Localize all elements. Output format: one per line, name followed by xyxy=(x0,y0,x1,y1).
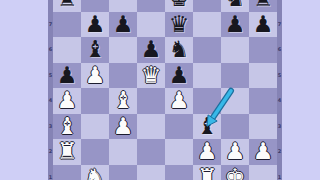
square-h7[interactable]: ♟ xyxy=(249,12,277,38)
rank-label-5: 5 xyxy=(48,63,53,89)
square-e3[interactable] xyxy=(165,114,193,140)
rank-coordinate-strip-left: 87654321 xyxy=(48,0,53,180)
rank-label-3: 3 xyxy=(48,114,53,140)
square-g2[interactable]: ♟ xyxy=(221,139,249,165)
square-b2[interactable] xyxy=(81,139,109,165)
square-c1[interactable] xyxy=(109,165,137,181)
square-e8[interactable]: ♚ xyxy=(165,0,193,12)
square-a4[interactable]: ♟ xyxy=(53,88,81,114)
square-h5[interactable] xyxy=(249,63,277,89)
white-pawn-g2[interactable]: ♟ xyxy=(221,139,249,165)
square-a1[interactable] xyxy=(53,165,81,181)
rank-label-4: 4 xyxy=(48,88,53,114)
square-g3[interactable] xyxy=(221,114,249,140)
square-b5[interactable]: ♟ xyxy=(81,63,109,89)
square-b8[interactable] xyxy=(81,0,109,12)
square-f3[interactable]: ♝ xyxy=(193,114,221,140)
square-f2[interactable]: ♟ xyxy=(193,139,221,165)
rank-label-2: 2 xyxy=(48,139,53,165)
square-d5[interactable]: ♛ xyxy=(137,63,165,89)
black-pawn-e5[interactable]: ♟ xyxy=(165,63,193,89)
square-a8[interactable]: ♜ xyxy=(53,0,81,12)
rank-label-2: 2 xyxy=(277,139,282,165)
square-e7[interactable]: ♛ xyxy=(165,12,193,38)
square-c8[interactable] xyxy=(109,0,137,12)
square-f4[interactable] xyxy=(193,88,221,114)
black-pawn-b7[interactable]: ♟ xyxy=(81,12,109,38)
black-pawn-g7[interactable]: ♟ xyxy=(221,12,249,38)
white-knight-b1[interactable]: ♞ xyxy=(81,165,109,181)
black-pawn-d6[interactable]: ♟ xyxy=(137,37,165,63)
square-d2[interactable] xyxy=(137,139,165,165)
black-bishop-b6[interactable]: ♝ xyxy=(81,37,109,63)
square-h4[interactable] xyxy=(249,88,277,114)
square-a5[interactable]: ♟ xyxy=(53,63,81,89)
black-queen-e7[interactable]: ♛ xyxy=(165,12,193,38)
white-rook-a2[interactable]: ♜ xyxy=(53,139,81,165)
square-f6[interactable] xyxy=(193,37,221,63)
square-a7[interactable] xyxy=(53,12,81,38)
rank-label-8: 8 xyxy=(48,0,53,12)
square-g6[interactable] xyxy=(221,37,249,63)
square-c3[interactable]: ♟ xyxy=(109,114,137,140)
chess-board-screenshot: 87654321 ♜♚♞♜♟♟♛♟♟♝♟♞♟♟♛♟♟♝♟♝♟♝♜♟♟♟♞♜♚ 8… xyxy=(0,0,320,180)
rank-label-1: 1 xyxy=(277,165,282,181)
square-a3[interactable]: ♝ xyxy=(53,114,81,140)
square-e6[interactable]: ♞ xyxy=(165,37,193,63)
square-b6[interactable]: ♝ xyxy=(81,37,109,63)
rank-label-6: 6 xyxy=(277,37,282,63)
square-d1[interactable] xyxy=(137,165,165,181)
black-rook-h8[interactable]: ♜ xyxy=(249,0,277,12)
square-f1[interactable]: ♜ xyxy=(193,165,221,181)
square-h6[interactable] xyxy=(249,37,277,63)
rank-label-5: 5 xyxy=(277,63,282,89)
square-c7[interactable]: ♟ xyxy=(109,12,137,38)
square-c2[interactable] xyxy=(109,139,137,165)
square-g5[interactable] xyxy=(221,63,249,89)
black-king-e8[interactable]: ♚ xyxy=(165,0,193,12)
black-rook-a8[interactable]: ♜ xyxy=(53,0,81,12)
white-queen-d5[interactable]: ♛ xyxy=(137,63,165,89)
square-d7[interactable] xyxy=(137,12,165,38)
square-g8[interactable]: ♞ xyxy=(221,0,249,12)
white-bishop-a3[interactable]: ♝ xyxy=(53,114,81,140)
square-e5[interactable]: ♟ xyxy=(165,63,193,89)
square-f5[interactable] xyxy=(193,63,221,89)
square-h1[interactable] xyxy=(249,165,277,181)
square-b3[interactable] xyxy=(81,114,109,140)
white-pawn-b5[interactable]: ♟ xyxy=(81,63,109,89)
square-d8[interactable] xyxy=(137,0,165,12)
square-f8[interactable] xyxy=(193,0,221,12)
white-pawn-c3[interactable]: ♟ xyxy=(109,114,137,140)
black-bishop-f3[interactable]: ♝ xyxy=(193,114,221,140)
square-g4[interactable] xyxy=(221,88,249,114)
white-king-g1[interactable]: ♚ xyxy=(221,165,249,181)
rank-label-4: 4 xyxy=(277,88,282,114)
square-g7[interactable]: ♟ xyxy=(221,12,249,38)
rank-coordinate-strip-right: 87654321 xyxy=(277,0,282,180)
square-d3[interactable] xyxy=(137,114,165,140)
chess-board[interactable]: ♜♚♞♜♟♟♛♟♟♝♟♞♟♟♛♟♟♝♟♝♟♝♜♟♟♟♞♜♚ xyxy=(53,0,277,180)
square-e1[interactable] xyxy=(165,165,193,181)
white-rook-f1[interactable]: ♜ xyxy=(193,165,221,181)
square-f7[interactable] xyxy=(193,12,221,38)
square-h2[interactable]: ♟ xyxy=(249,139,277,165)
rank-label-3: 3 xyxy=(277,114,282,140)
rank-label-8: 8 xyxy=(277,0,282,12)
white-bishop-c4[interactable]: ♝ xyxy=(109,88,137,114)
white-pawn-a4[interactable]: ♟ xyxy=(53,88,81,114)
black-knight-e6[interactable]: ♞ xyxy=(165,37,193,63)
square-h8[interactable]: ♜ xyxy=(249,0,277,12)
white-pawn-h2[interactable]: ♟ xyxy=(249,139,277,165)
square-d4[interactable] xyxy=(137,88,165,114)
square-b7[interactable]: ♟ xyxy=(81,12,109,38)
square-e4[interactable]: ♟ xyxy=(165,88,193,114)
rank-label-7: 7 xyxy=(48,12,53,38)
square-a6[interactable] xyxy=(53,37,81,63)
white-pawn-e4[interactable]: ♟ xyxy=(165,88,193,114)
rank-label-6: 6 xyxy=(48,37,53,63)
square-c5[interactable] xyxy=(109,63,137,89)
black-pawn-h7[interactable]: ♟ xyxy=(249,12,277,38)
square-d6[interactable]: ♟ xyxy=(137,37,165,63)
square-a2[interactable]: ♜ xyxy=(53,139,81,165)
square-g1[interactable]: ♚ xyxy=(221,165,249,181)
white-pawn-f2[interactable]: ♟ xyxy=(193,139,221,165)
black-pawn-c7[interactable]: ♟ xyxy=(109,12,137,38)
square-c4[interactable]: ♝ xyxy=(109,88,137,114)
square-h3[interactable] xyxy=(249,114,277,140)
square-e2[interactable] xyxy=(165,139,193,165)
rank-label-1: 1 xyxy=(48,165,53,181)
square-c6[interactable] xyxy=(109,37,137,63)
black-pawn-a5[interactable]: ♟ xyxy=(53,63,81,89)
square-b1[interactable]: ♞ xyxy=(81,165,109,181)
rank-label-7: 7 xyxy=(277,12,282,38)
black-knight-g8[interactable]: ♞ xyxy=(221,0,249,12)
square-b4[interactable] xyxy=(81,88,109,114)
